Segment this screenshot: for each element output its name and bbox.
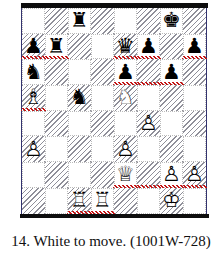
square-a7: ♟ bbox=[22, 34, 45, 60]
square-a4 bbox=[22, 111, 45, 137]
white-pawn: ♟♙ bbox=[162, 164, 181, 185]
board-squares: ♜♚♟♜♛♟♟♞♟♟♝♗♞♞♘♟♙♟♙♟♙♛♕♟♙♟♙♜♖♜♖♚♔ bbox=[21, 8, 207, 214]
square-a8 bbox=[22, 8, 45, 34]
square-h1 bbox=[183, 188, 206, 214]
black-rook: ♜ bbox=[47, 36, 66, 57]
square-e1 bbox=[114, 188, 137, 214]
scan-artifact-red-underline bbox=[44, 56, 69, 59]
scan-artifact-red-underline bbox=[136, 185, 161, 188]
square-f2 bbox=[137, 162, 160, 188]
square-b2 bbox=[45, 162, 68, 188]
square-f7: ♟ bbox=[137, 34, 160, 60]
white-rook: ♜♖ bbox=[70, 190, 89, 211]
square-a3: ♟♙ bbox=[22, 136, 45, 162]
scan-artifact-red-underline bbox=[21, 108, 46, 111]
square-b4 bbox=[45, 111, 68, 137]
square-h7: ♟ bbox=[183, 34, 206, 60]
scan-artifact-red-underline bbox=[159, 185, 184, 188]
square-b5 bbox=[45, 85, 68, 111]
square-d5 bbox=[91, 85, 114, 111]
square-c6 bbox=[68, 59, 91, 85]
scan-artifact-red-underline bbox=[67, 211, 92, 214]
white-rook: ♜♖ bbox=[93, 190, 112, 211]
square-h4 bbox=[183, 111, 206, 137]
square-f1 bbox=[137, 188, 160, 214]
black-pawn: ♟ bbox=[185, 36, 204, 57]
square-c2 bbox=[68, 162, 91, 188]
diagram-page: ♜♚♟♜♛♟♟♞♟♟♝♗♞♞♘♟♙♟♙♟♙♛♕♟♙♟♙♜♖♜♖♚♔ 14. Wh… bbox=[0, 0, 222, 260]
scan-artifact-red-underline bbox=[113, 56, 138, 59]
square-h5 bbox=[183, 85, 206, 111]
square-g3 bbox=[160, 136, 183, 162]
square-b8 bbox=[45, 8, 68, 34]
square-f3 bbox=[137, 136, 160, 162]
chess-board: ♜♚♟♜♛♟♟♞♟♟♝♗♞♞♘♟♙♟♙♟♙♛♕♟♙♟♙♜♖♜♖♚♔ bbox=[21, 3, 209, 218]
square-e8 bbox=[114, 8, 137, 34]
black-pawn: ♟ bbox=[24, 36, 43, 57]
black-rook: ♜ bbox=[70, 10, 89, 31]
square-c7 bbox=[68, 34, 91, 60]
white-bishop: ♝♗ bbox=[24, 87, 43, 108]
white-knight: ♞♘ bbox=[116, 87, 135, 108]
square-b3 bbox=[45, 136, 68, 162]
square-a5: ♝♗ bbox=[22, 85, 45, 111]
square-e3: ♟♙ bbox=[114, 136, 137, 162]
square-d7 bbox=[91, 34, 114, 60]
square-d2 bbox=[91, 162, 114, 188]
white-king: ♚♔ bbox=[162, 190, 181, 211]
scan-artifact-red-underline bbox=[113, 185, 138, 188]
square-g6: ♟ bbox=[160, 59, 183, 85]
square-f8 bbox=[137, 8, 160, 34]
white-pawn: ♟♙ bbox=[139, 113, 158, 134]
scan-artifact-red-underline bbox=[159, 82, 184, 85]
scan-artifact-red-underline bbox=[182, 185, 207, 188]
square-f4: ♟♙ bbox=[137, 111, 160, 137]
black-pawn: ♟ bbox=[116, 62, 135, 83]
square-d8 bbox=[91, 8, 114, 34]
square-g8: ♚ bbox=[160, 8, 183, 34]
square-c5: ♞ bbox=[68, 85, 91, 111]
square-h6 bbox=[183, 59, 206, 85]
square-h8 bbox=[183, 8, 206, 34]
square-e4 bbox=[114, 111, 137, 137]
square-b7: ♜ bbox=[45, 34, 68, 60]
square-a6: ♞ bbox=[22, 59, 45, 85]
square-a1 bbox=[22, 188, 45, 214]
square-d6 bbox=[91, 59, 114, 85]
white-pawn: ♟♙ bbox=[185, 164, 204, 185]
square-b1 bbox=[45, 188, 68, 214]
white-pawn: ♟♙ bbox=[116, 139, 135, 160]
square-f6 bbox=[137, 59, 160, 85]
square-d3 bbox=[91, 136, 114, 162]
square-g2: ♟♙ bbox=[160, 162, 183, 188]
black-knight: ♞ bbox=[70, 87, 89, 108]
square-e2: ♛♕ bbox=[114, 162, 137, 188]
square-h3 bbox=[183, 136, 206, 162]
square-c3 bbox=[68, 136, 91, 162]
square-f5 bbox=[137, 85, 160, 111]
square-b6 bbox=[45, 59, 68, 85]
square-g4 bbox=[160, 111, 183, 137]
scan-artifact-red-underline bbox=[21, 56, 46, 59]
square-d1: ♜♖ bbox=[91, 188, 114, 214]
white-pawn: ♟♙ bbox=[24, 139, 43, 160]
square-g5 bbox=[160, 85, 183, 111]
square-d4 bbox=[91, 111, 114, 137]
black-queen: ♛ bbox=[116, 36, 135, 57]
scan-artifact-red-underline bbox=[90, 211, 115, 214]
black-knight: ♞ bbox=[24, 62, 43, 83]
square-c8: ♜ bbox=[68, 8, 91, 34]
black-pawn: ♟ bbox=[139, 36, 158, 57]
black-pawn: ♟ bbox=[162, 62, 181, 83]
square-e6: ♟ bbox=[114, 59, 137, 85]
square-e7: ♛ bbox=[114, 34, 137, 60]
square-c4 bbox=[68, 111, 91, 137]
scan-artifact-red-underline bbox=[113, 82, 138, 85]
square-c1: ♜♖ bbox=[68, 188, 91, 214]
scan-artifact-red-underline bbox=[136, 56, 161, 59]
square-h2: ♟♙ bbox=[183, 162, 206, 188]
black-king: ♚ bbox=[162, 10, 181, 31]
square-g7 bbox=[160, 34, 183, 60]
diagram-caption: 14. White to move. (1001W-728) bbox=[0, 233, 222, 250]
board-bottom-border bbox=[20, 214, 209, 218]
square-e5: ♞♘ bbox=[114, 85, 137, 111]
white-queen: ♛♕ bbox=[116, 164, 135, 185]
scan-artifact-red-underline bbox=[182, 56, 207, 59]
square-g1: ♚♔ bbox=[160, 188, 183, 214]
square-a2 bbox=[22, 162, 45, 188]
scan-artifact-red-underline bbox=[136, 82, 161, 85]
